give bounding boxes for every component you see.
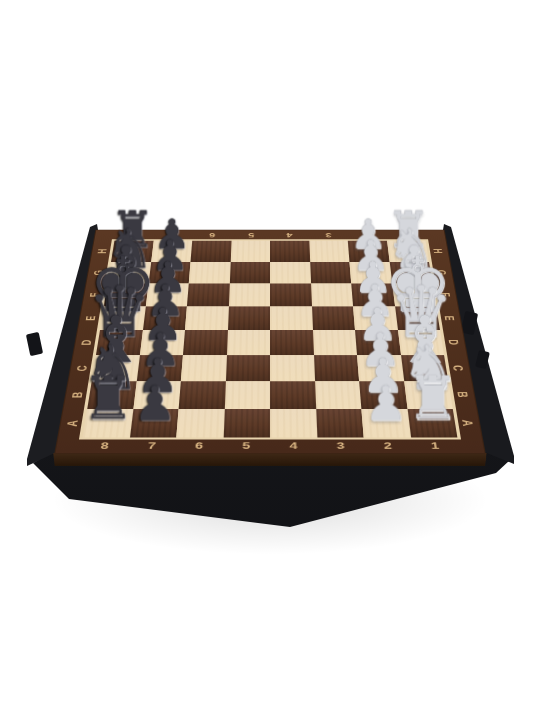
square-a4 xyxy=(270,409,317,438)
board-inner-trim: ♜♟♟♜♞♟♟♞♝♟♟♝♚♟♟♚♛♟♟♛♝♟♟♝♞♟♟♞♜♟♟♜ xyxy=(79,239,461,439)
square-c5 xyxy=(225,355,270,381)
square-a5 xyxy=(223,409,270,438)
rank-label-far-1: 1 xyxy=(385,230,425,240)
rank-label-front-2: 2 xyxy=(364,437,413,453)
square-a7: ♟ xyxy=(129,409,178,438)
square-b5 xyxy=(224,381,270,408)
chess-set-photo: ♜♟♟♜♞♟♟♞♝♟♟♝♚♟♟♚♛♟♟♛♝♟♟♝♞♟♟♞♜♟♟♜ 8877665… xyxy=(0,0,540,720)
rank-label-far-5: 5 xyxy=(231,230,270,240)
square-d5 xyxy=(226,330,270,355)
square-e5 xyxy=(228,306,271,330)
square-c4 xyxy=(270,355,315,381)
square-h5 xyxy=(230,241,270,262)
piece-glyph: ♟ xyxy=(105,381,204,427)
square-b4 xyxy=(270,381,316,408)
file-label-right-H: H xyxy=(418,246,459,257)
file-label-left-H: H xyxy=(81,246,122,257)
square-h4 xyxy=(270,241,310,262)
perspective-wrapper: ♜♟♟♜♞♟♟♞♝♟♟♝♚♟♟♚♛♟♟♛♝♟♟♝♞♟♟♞♜♟♟♜ 8877665… xyxy=(0,0,540,720)
square-g4 xyxy=(270,262,311,284)
square-f4 xyxy=(270,283,312,306)
board-front-edge xyxy=(53,453,486,466)
rank-label-far-6: 6 xyxy=(192,230,231,240)
rank-label-far-3: 3 xyxy=(308,230,347,240)
rank-label-front-5: 5 xyxy=(223,437,270,453)
square-g5 xyxy=(229,262,270,284)
square-f5 xyxy=(228,283,270,306)
piece-glyph: ♜ xyxy=(383,370,482,426)
square-a1: ♜ xyxy=(407,409,457,438)
rank-label-far-7: 7 xyxy=(153,230,193,240)
rank-label-front-4: 4 xyxy=(270,437,317,453)
rank-label-front-6: 6 xyxy=(175,437,223,453)
square-e4 xyxy=(270,306,313,330)
rank-label-far-4: 4 xyxy=(270,230,309,240)
board-grid: ♜♟♟♜♞♟♟♞♝♟♟♝♚♟♟♚♛♟♟♛♝♟♟♝♞♟♟♞♜♟♟♜ xyxy=(83,241,458,438)
rank-label-front-3: 3 xyxy=(317,437,365,453)
square-d4 xyxy=(270,330,314,355)
rank-label-front-7: 7 xyxy=(128,437,177,453)
rank-label-far-8: 8 xyxy=(115,230,155,240)
chess-board: ♜♟♟♜♞♟♟♞♝♟♟♝♚♟♟♚♛♟♟♛♝♟♟♝♞♟♟♞♜♟♟♜ 8877665… xyxy=(56,230,485,453)
rank-label-front-8: 8 xyxy=(80,437,129,453)
rank-label-front-1: 1 xyxy=(411,437,460,453)
rank-label-far-2: 2 xyxy=(347,230,387,240)
